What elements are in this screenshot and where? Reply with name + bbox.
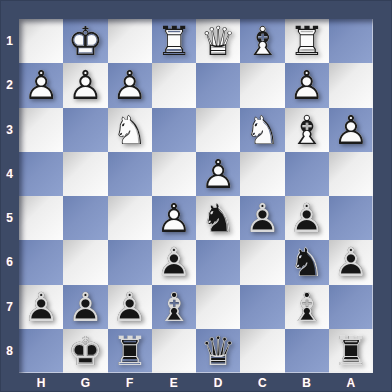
square-e2[interactable] bbox=[152, 63, 196, 107]
square-h1[interactable] bbox=[19, 19, 63, 63]
square-c3[interactable]: ♞♘ bbox=[240, 108, 284, 152]
square-c8[interactable] bbox=[240, 329, 284, 373]
piece-white-pawn[interactable]: ♟♙ bbox=[108, 63, 152, 107]
piece-glyph-outline: ♙ bbox=[19, 63, 63, 107]
square-e4[interactable] bbox=[152, 152, 196, 196]
piece-white-bishop[interactable]: ♝♗ bbox=[285, 108, 329, 152]
piece-white-king[interactable]: ♚♔ bbox=[63, 19, 107, 63]
piece-glyph-outline: ♙ bbox=[63, 285, 107, 329]
square-c4[interactable] bbox=[240, 152, 284, 196]
square-b3[interactable]: ♝♗ bbox=[285, 108, 329, 152]
piece-white-rook[interactable]: ♜♖ bbox=[285, 19, 329, 63]
square-h4[interactable] bbox=[19, 152, 63, 196]
rank-label-1: 1 bbox=[0, 19, 19, 63]
square-c7[interactable] bbox=[240, 285, 284, 329]
rank-label-2: 2 bbox=[0, 63, 19, 107]
square-c1[interactable]: ♝♗ bbox=[240, 19, 284, 63]
piece-black-pawn[interactable]: ♟♙ bbox=[329, 240, 373, 284]
piece-glyph-outline: ♙ bbox=[108, 63, 152, 107]
piece-glyph-outline: ♙ bbox=[152, 240, 196, 284]
rank-label-4: 4 bbox=[0, 152, 19, 196]
square-a6[interactable]: ♟♙ bbox=[329, 240, 373, 284]
square-h2[interactable]: ♟♙ bbox=[19, 63, 63, 107]
piece-black-knight[interactable]: ♞♘ bbox=[196, 196, 240, 240]
square-h3[interactable] bbox=[19, 108, 63, 152]
piece-black-pawn[interactable]: ♟♙ bbox=[19, 285, 63, 329]
file-label-c: C bbox=[240, 373, 284, 392]
chess-board: ♚♔♜♖♛♕♝♗♜♖♟♙♟♙♟♙♟♙♞♘♞♘♝♗♟♙♟♙♟♙♞♘♟♙♟♙♟♙♞♘… bbox=[19, 19, 373, 373]
piece-glyph-outline: ♕ bbox=[196, 19, 240, 63]
piece-black-pawn[interactable]: ♟♙ bbox=[108, 285, 152, 329]
piece-glyph-outline: ♔ bbox=[63, 329, 107, 373]
piece-white-bishop[interactable]: ♝♗ bbox=[240, 19, 284, 63]
piece-glyph-outline: ♙ bbox=[19, 285, 63, 329]
piece-black-pawn[interactable]: ♟♙ bbox=[63, 285, 107, 329]
piece-black-knight[interactable]: ♞♘ bbox=[285, 240, 329, 284]
piece-glyph-outline: ♙ bbox=[196, 152, 240, 196]
square-f6[interactable] bbox=[108, 240, 152, 284]
square-a7[interactable] bbox=[329, 285, 373, 329]
piece-glyph-outline: ♘ bbox=[108, 108, 152, 152]
square-c5[interactable]: ♟♙ bbox=[240, 196, 284, 240]
file-label-d: D bbox=[196, 373, 240, 392]
square-h5[interactable] bbox=[19, 196, 63, 240]
square-d4[interactable]: ♟♙ bbox=[196, 152, 240, 196]
square-d8[interactable]: ♛♕ bbox=[196, 329, 240, 373]
piece-glyph-outline: ♙ bbox=[329, 240, 373, 284]
piece-white-knight[interactable]: ♞♘ bbox=[108, 108, 152, 152]
square-f3[interactable]: ♞♘ bbox=[108, 108, 152, 152]
piece-glyph-outline: ♖ bbox=[152, 19, 196, 63]
square-c6[interactable] bbox=[240, 240, 284, 284]
square-h6[interactable] bbox=[19, 240, 63, 284]
piece-glyph-outline: ♕ bbox=[196, 329, 240, 373]
square-f1[interactable] bbox=[108, 19, 152, 63]
piece-white-pawn[interactable]: ♟♙ bbox=[329, 108, 373, 152]
square-a5[interactable] bbox=[329, 196, 373, 240]
rank-label-3: 3 bbox=[0, 108, 19, 152]
piece-glyph-outline: ♙ bbox=[240, 196, 284, 240]
square-g6[interactable] bbox=[63, 240, 107, 284]
piece-black-queen[interactable]: ♛♕ bbox=[196, 329, 240, 373]
square-e5[interactable]: ♟♙ bbox=[152, 196, 196, 240]
piece-glyph-outline: ♖ bbox=[108, 329, 152, 373]
rank-labels: 12345678 bbox=[0, 19, 19, 373]
square-f2[interactable]: ♟♙ bbox=[108, 63, 152, 107]
piece-glyph-outline: ♖ bbox=[285, 19, 329, 63]
piece-glyph-outline: ♙ bbox=[108, 285, 152, 329]
square-h8[interactable] bbox=[19, 329, 63, 373]
file-label-f: F bbox=[108, 373, 152, 392]
square-f4[interactable] bbox=[108, 152, 152, 196]
file-label-e: E bbox=[152, 373, 196, 392]
square-b6[interactable]: ♞♘ bbox=[285, 240, 329, 284]
file-label-b: B bbox=[285, 373, 329, 392]
square-b4[interactable] bbox=[285, 152, 329, 196]
piece-black-rook[interactable]: ♜♖ bbox=[329, 329, 373, 373]
piece-black-bishop[interactable]: ♝♗ bbox=[285, 285, 329, 329]
piece-glyph-outline: ♔ bbox=[63, 19, 107, 63]
square-a3[interactable]: ♟♙ bbox=[329, 108, 373, 152]
square-g4[interactable] bbox=[63, 152, 107, 196]
piece-white-pawn[interactable]: ♟♙ bbox=[285, 63, 329, 107]
piece-black-pawn[interactable]: ♟♙ bbox=[240, 196, 284, 240]
square-g8[interactable]: ♚♔ bbox=[63, 329, 107, 373]
square-a2[interactable] bbox=[329, 63, 373, 107]
square-d2[interactable] bbox=[196, 63, 240, 107]
piece-glyph-outline: ♗ bbox=[240, 19, 284, 63]
file-labels: HGFEDCBA bbox=[19, 373, 373, 392]
piece-glyph-outline: ♗ bbox=[152, 285, 196, 329]
piece-white-pawn[interactable]: ♟♙ bbox=[19, 63, 63, 107]
piece-white-rook[interactable]: ♜♖ bbox=[152, 19, 196, 63]
square-b7[interactable]: ♝♗ bbox=[285, 285, 329, 329]
piece-white-knight[interactable]: ♞♘ bbox=[240, 108, 284, 152]
square-b1[interactable]: ♜♖ bbox=[285, 19, 329, 63]
piece-black-bishop[interactable]: ♝♗ bbox=[152, 285, 196, 329]
square-e6[interactable]: ♟♙ bbox=[152, 240, 196, 284]
rank-label-7: 7 bbox=[0, 285, 19, 329]
piece-glyph-outline: ♘ bbox=[285, 240, 329, 284]
piece-glyph-outline: ♙ bbox=[63, 63, 107, 107]
piece-glyph-outline: ♖ bbox=[329, 329, 373, 373]
piece-glyph-outline: ♙ bbox=[285, 63, 329, 107]
square-b2[interactable]: ♟♙ bbox=[285, 63, 329, 107]
file-label-a: A bbox=[329, 373, 373, 392]
square-d3[interactable] bbox=[196, 108, 240, 152]
piece-glyph-outline: ♗ bbox=[285, 285, 329, 329]
piece-glyph-outline: ♘ bbox=[240, 108, 284, 152]
file-label-h: H bbox=[19, 373, 63, 392]
piece-white-pawn[interactable]: ♟♙ bbox=[196, 152, 240, 196]
square-f7[interactable]: ♟♙ bbox=[108, 285, 152, 329]
square-b5[interactable]: ♟♙ bbox=[285, 196, 329, 240]
rank-label-6: 6 bbox=[0, 240, 19, 284]
piece-glyph-outline: ♙ bbox=[329, 108, 373, 152]
piece-black-pawn[interactable]: ♟♙ bbox=[152, 240, 196, 284]
square-d1[interactable]: ♛♕ bbox=[196, 19, 240, 63]
square-a1[interactable] bbox=[329, 19, 373, 63]
chess-board-frame: 12345678 ♚♔♜♖♛♕♝♗♜♖♟♙♟♙♟♙♟♙♞♘♞♘♝♗♟♙♟♙♟♙♞… bbox=[0, 0, 392, 392]
piece-white-queen[interactable]: ♛♕ bbox=[196, 19, 240, 63]
square-a8[interactable]: ♜♖ bbox=[329, 329, 373, 373]
piece-glyph-outline: ♗ bbox=[285, 108, 329, 152]
square-g3[interactable] bbox=[63, 108, 107, 152]
square-d5[interactable]: ♞♘ bbox=[196, 196, 240, 240]
square-e1[interactable]: ♜♖ bbox=[152, 19, 196, 63]
piece-glyph-outline: ♙ bbox=[152, 196, 196, 240]
square-g7[interactable]: ♟♙ bbox=[63, 285, 107, 329]
square-g5[interactable] bbox=[63, 196, 107, 240]
rank-label-8: 8 bbox=[0, 329, 19, 373]
square-h7[interactable]: ♟♙ bbox=[19, 285, 63, 329]
file-label-g: G bbox=[63, 373, 107, 392]
piece-white-pawn[interactable]: ♟♙ bbox=[63, 63, 107, 107]
piece-glyph-outline: ♘ bbox=[196, 196, 240, 240]
rank-label-5: 5 bbox=[0, 196, 19, 240]
square-e8[interactable] bbox=[152, 329, 196, 373]
square-c2[interactable] bbox=[240, 63, 284, 107]
piece-black-king[interactable]: ♚♔ bbox=[63, 329, 107, 373]
square-d7[interactable] bbox=[196, 285, 240, 329]
piece-black-rook[interactable]: ♜♖ bbox=[108, 329, 152, 373]
piece-black-pawn[interactable]: ♟♙ bbox=[285, 196, 329, 240]
square-a4[interactable] bbox=[329, 152, 373, 196]
square-b8[interactable] bbox=[285, 329, 329, 373]
piece-white-pawn[interactable]: ♟♙ bbox=[152, 196, 196, 240]
square-e3[interactable] bbox=[152, 108, 196, 152]
square-g1[interactable]: ♚♔ bbox=[63, 19, 107, 63]
square-e7[interactable]: ♝♗ bbox=[152, 285, 196, 329]
piece-glyph-outline: ♙ bbox=[285, 196, 329, 240]
square-f8[interactable]: ♜♖ bbox=[108, 329, 152, 373]
square-g2[interactable]: ♟♙ bbox=[63, 63, 107, 107]
square-d6[interactable] bbox=[196, 240, 240, 284]
square-f5[interactable] bbox=[108, 196, 152, 240]
